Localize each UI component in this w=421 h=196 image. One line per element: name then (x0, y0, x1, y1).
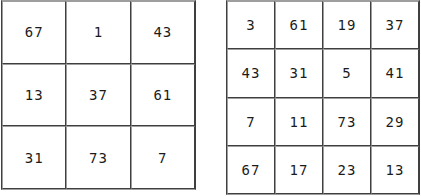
left-cell-r1c1: 67 (2, 1, 66, 64)
right-cell-r1c4: 37 (371, 1, 419, 49)
left-cell-r2c2: 37 (66, 64, 130, 127)
magic-square-3x3: 6714313376131737 (1, 0, 196, 190)
right-cell-r3c2: 11 (275, 98, 323, 146)
right-cell-r1c2: 61 (275, 1, 323, 49)
left-cell-r3c1: 31 (2, 126, 66, 189)
right-cell-r3c3: 73 (323, 98, 371, 146)
left-cell-r1c3: 43 (131, 1, 195, 64)
right-cell-r4c2: 17 (275, 146, 323, 194)
right-cell-r2c1: 43 (227, 49, 275, 97)
right-cell-r2c3: 5 (323, 49, 371, 97)
magic-square-worksheet: 6714313376131737 36119374331541711732967… (0, 0, 421, 196)
left-cell-r1c2: 1 (66, 1, 130, 64)
right-cell-r3c4: 29 (371, 98, 419, 146)
left-cell-r3c2: 73 (66, 126, 130, 189)
right-cell-r4c3: 23 (323, 146, 371, 194)
right-cell-r2c4: 41 (371, 49, 419, 97)
left-cell-r2c1: 13 (2, 64, 66, 127)
right-cell-r3c1: 7 (227, 98, 275, 146)
magic-square-4x4: 36119374331541711732967172313 (226, 0, 420, 195)
right-cell-r4c4: 13 (371, 146, 419, 194)
left-cell-r3c3: 7 (131, 126, 195, 189)
right-cell-r4c1: 67 (227, 146, 275, 194)
right-cell-r1c3: 19 (323, 1, 371, 49)
right-cell-r1c1: 3 (227, 1, 275, 49)
left-cell-r2c3: 61 (131, 64, 195, 127)
right-cell-r2c2: 31 (275, 49, 323, 97)
